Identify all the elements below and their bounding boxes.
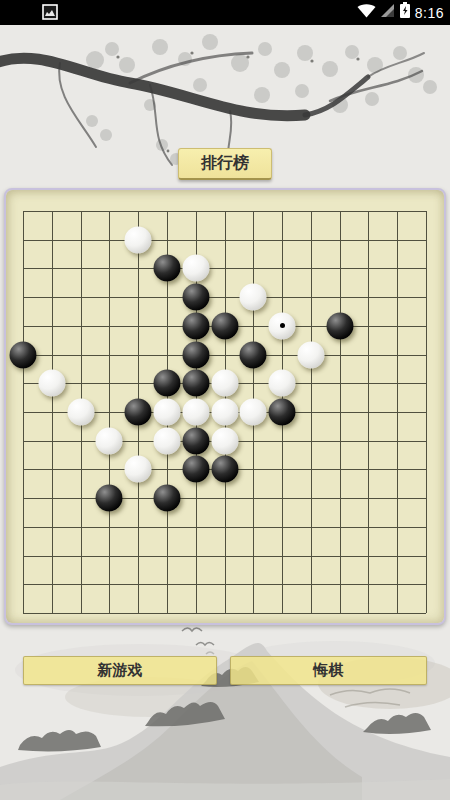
black-stone [153, 255, 180, 282]
mountain-landscape-painting [0, 625, 450, 800]
wifi-icon [357, 4, 376, 22]
grid-line [368, 211, 369, 613]
white-stone [125, 456, 152, 483]
grid-line [23, 527, 426, 528]
new-game-button[interactable]: 新游戏 [23, 656, 217, 685]
white-stone [269, 370, 296, 397]
white-stone [153, 399, 180, 426]
grid-line [23, 498, 426, 499]
white-stone [240, 284, 267, 311]
white-stone [67, 399, 94, 426]
status-time: 8:16 [415, 5, 444, 21]
black-stone [240, 341, 267, 368]
black-stone [96, 485, 123, 512]
black-stone [153, 370, 180, 397]
white-stone [211, 399, 238, 426]
black-stone [211, 312, 238, 339]
black-stone [269, 399, 296, 426]
new-game-button-label: 新游戏 [98, 661, 143, 680]
white-stone [182, 399, 209, 426]
leaderboard-button-label: 排行榜 [201, 153, 249, 174]
grid-line [397, 211, 398, 613]
last-move-marker [280, 323, 285, 328]
no-signal-icon [380, 4, 395, 22]
white-stone [153, 427, 180, 454]
white-stone [182, 255, 209, 282]
grid-line [311, 211, 312, 613]
black-stone [182, 284, 209, 311]
white-stone [96, 427, 123, 454]
black-stone [182, 370, 209, 397]
black-stone [211, 456, 238, 483]
board-grid[interactable] [23, 211, 426, 613]
white-stone [269, 312, 296, 339]
white-stone [211, 370, 238, 397]
screenshot-notification-icon [42, 4, 58, 20]
black-stone [326, 312, 353, 339]
grid-line [340, 211, 341, 613]
grid-line [23, 584, 426, 585]
undo-button-label: 悔棋 [314, 661, 344, 680]
status-bar: 8:16 [0, 0, 450, 25]
grid-line [23, 556, 426, 557]
black-stone [153, 485, 180, 512]
black-stone [10, 341, 37, 368]
white-stone [240, 399, 267, 426]
leaderboard-button[interactable]: 排行榜 [178, 148, 272, 180]
grid-line [426, 211, 427, 613]
undo-button[interactable]: 悔棋 [230, 656, 427, 685]
black-stone [182, 427, 209, 454]
game-board [4, 188, 446, 625]
white-stone [125, 226, 152, 253]
white-stone [297, 341, 324, 368]
battery-charging-icon [399, 2, 411, 23]
black-stone [125, 399, 152, 426]
white-stone [38, 370, 65, 397]
grid-line [23, 613, 426, 614]
black-stone [182, 456, 209, 483]
black-stone [182, 312, 209, 339]
black-stone [182, 341, 209, 368]
white-stone [211, 427, 238, 454]
